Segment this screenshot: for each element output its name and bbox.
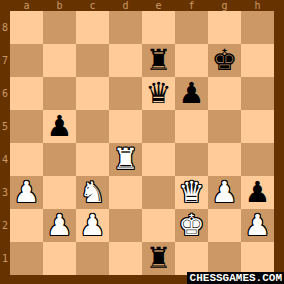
square-f2: ♚	[175, 209, 208, 242]
square-d5	[109, 110, 142, 143]
file-label-e: e	[142, 0, 175, 11]
square-b3	[43, 176, 76, 209]
square-a2	[10, 209, 43, 242]
square-c6	[76, 77, 109, 110]
white-pawn: ♟	[245, 209, 271, 242]
square-e3	[142, 176, 175, 209]
square-e5	[142, 110, 175, 143]
rank-label-2: 2	[0, 209, 10, 242]
white-pawn: ♟	[14, 176, 40, 209]
square-h7	[241, 44, 274, 77]
chess-board-diagram: abcdefgh 87654321 ♜♚♛♟♟♜♟♞♛♟♟♟♟♚♟♜ CHESS…	[0, 0, 284, 284]
square-e4	[142, 143, 175, 176]
white-knight: ♞	[80, 176, 106, 209]
rank-labels: 87654321	[0, 11, 10, 275]
square-e1: ♜	[142, 242, 175, 275]
square-b1	[43, 242, 76, 275]
white-pawn: ♟	[47, 209, 73, 242]
square-c5	[76, 110, 109, 143]
square-c1	[76, 242, 109, 275]
file-label-g: g	[208, 0, 241, 11]
file-label-h: h	[241, 0, 274, 11]
square-c7	[76, 44, 109, 77]
black-rook: ♜	[146, 44, 172, 77]
square-a1	[10, 242, 43, 275]
square-a7	[10, 44, 43, 77]
white-king: ♚	[179, 209, 205, 242]
square-b7	[43, 44, 76, 77]
square-h1	[241, 242, 274, 275]
square-g6	[208, 77, 241, 110]
square-f8	[175, 11, 208, 44]
file-labels: abcdefgh	[10, 0, 274, 11]
square-f6: ♟	[175, 77, 208, 110]
rank-label-7: 7	[0, 44, 10, 77]
black-pawn: ♟	[179, 77, 205, 110]
square-g7: ♚	[208, 44, 241, 77]
square-h3: ♟	[241, 176, 274, 209]
square-a8	[10, 11, 43, 44]
square-c4	[76, 143, 109, 176]
rank-label-4: 4	[0, 143, 10, 176]
white-rook: ♜	[113, 143, 139, 176]
square-e8	[142, 11, 175, 44]
black-pawn: ♟	[245, 176, 271, 209]
white-pawn: ♟	[212, 176, 238, 209]
square-e2	[142, 209, 175, 242]
square-g1	[208, 242, 241, 275]
file-label-d: d	[109, 0, 142, 11]
file-label-c: c	[76, 0, 109, 11]
square-e7: ♜	[142, 44, 175, 77]
square-g3: ♟	[208, 176, 241, 209]
rank-label-6: 6	[0, 77, 10, 110]
square-c2: ♟	[76, 209, 109, 242]
square-g8	[208, 11, 241, 44]
square-e6: ♛	[142, 77, 175, 110]
square-f4	[175, 143, 208, 176]
square-a5	[10, 110, 43, 143]
file-label-f: f	[175, 0, 208, 11]
square-b5: ♟	[43, 110, 76, 143]
black-king: ♚	[212, 44, 238, 77]
square-f1	[175, 242, 208, 275]
square-h8	[241, 11, 274, 44]
square-d6	[109, 77, 142, 110]
square-d7	[109, 44, 142, 77]
watermark: CHESSGAMES.COM	[187, 272, 284, 284]
square-f7	[175, 44, 208, 77]
square-a3: ♟	[10, 176, 43, 209]
black-queen: ♛	[146, 77, 172, 110]
white-queen: ♛	[179, 176, 205, 209]
square-h4	[241, 143, 274, 176]
white-pawn: ♟	[80, 209, 106, 242]
square-f5	[175, 110, 208, 143]
square-g2	[208, 209, 241, 242]
square-f3: ♛	[175, 176, 208, 209]
square-h2: ♟	[241, 209, 274, 242]
square-d3	[109, 176, 142, 209]
board-grid: ♜♚♛♟♟♜♟♞♛♟♟♟♟♚♟♜	[10, 11, 274, 275]
square-d1	[109, 242, 142, 275]
square-b4	[43, 143, 76, 176]
file-label-b: b	[43, 0, 76, 11]
square-b6	[43, 77, 76, 110]
square-a4	[10, 143, 43, 176]
square-b8	[43, 11, 76, 44]
square-d8	[109, 11, 142, 44]
square-c8	[76, 11, 109, 44]
black-pawn: ♟	[47, 110, 73, 143]
square-h6	[241, 77, 274, 110]
square-b2: ♟	[43, 209, 76, 242]
square-a6	[10, 77, 43, 110]
rank-label-8: 8	[0, 11, 10, 44]
square-g5	[208, 110, 241, 143]
square-g4	[208, 143, 241, 176]
square-d4: ♜	[109, 143, 142, 176]
file-label-a: a	[10, 0, 43, 11]
square-c3: ♞	[76, 176, 109, 209]
black-rook: ♜	[146, 242, 172, 275]
square-h5	[241, 110, 274, 143]
rank-label-1: 1	[0, 242, 10, 275]
square-d2	[109, 209, 142, 242]
rank-label-5: 5	[0, 110, 10, 143]
rank-label-3: 3	[0, 176, 10, 209]
